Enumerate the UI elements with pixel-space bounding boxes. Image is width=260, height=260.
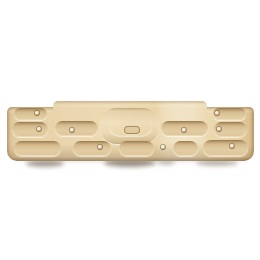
screw-bottom-bridge	[161, 145, 165, 149]
pocket-bottom-2	[73, 141, 111, 156]
screw-top-left-pocket	[35, 111, 39, 115]
screw-bottom-2-pocket	[98, 145, 102, 149]
pocket-bottom-4	[173, 141, 198, 156]
screw-mid-far-left-pocket	[37, 127, 41, 131]
pocket-bottom-3	[119, 141, 154, 156]
pocket-bottom-5	[203, 140, 248, 156]
pocket-top-left	[14, 108, 47, 120]
hangboard	[7, 101, 254, 161]
holds-layer	[7, 101, 254, 161]
pocket-mid-far-left	[12, 122, 48, 137]
screw-mid-right-pocket	[182, 128, 186, 132]
screw-mid-far-right-pocket	[217, 127, 221, 131]
screw-bottom-5-pocket	[230, 144, 234, 148]
pocket-bottom-1	[14, 141, 61, 156]
screw-mid-left-pocket	[70, 128, 74, 132]
product-photo-canvas	[0, 0, 260, 260]
screw-top-right-pocket	[215, 111, 219, 115]
engraved-brand-mark	[124, 126, 140, 134]
pocket-mid-left	[55, 121, 98, 136]
